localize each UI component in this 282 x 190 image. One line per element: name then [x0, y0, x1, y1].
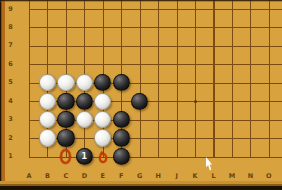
intersection-K9[interactable]	[186, 0, 204, 18]
intersection-E3[interactable]	[94, 110, 112, 128]
intersection-C4[interactable]	[57, 92, 75, 110]
intersection-A9[interactable]	[20, 0, 38, 18]
intersection-D3[interactable]	[75, 110, 93, 128]
intersection-F5[interactable]	[112, 74, 130, 92]
intersection-F6[interactable]	[112, 55, 130, 73]
row-label-3: 3	[4, 115, 17, 124]
intersection-L9[interactable]	[204, 0, 222, 18]
move-number-label: 1	[81, 152, 87, 161]
intersection-H6[interactable]	[149, 55, 167, 73]
intersection-L5[interactable]	[204, 74, 222, 92]
intersection-D7[interactable]	[75, 37, 93, 55]
row-label-6: 6	[4, 60, 17, 69]
intersection-K5[interactable]	[186, 74, 204, 92]
intersection-D2[interactable]	[75, 129, 93, 147]
black-stone-F5	[113, 74, 130, 91]
intersection-K1[interactable]	[186, 147, 204, 165]
row-label-8: 8	[4, 23, 17, 32]
intersection-M4[interactable]	[223, 92, 241, 110]
intersection-H9[interactable]	[149, 0, 167, 18]
intersection-F7[interactable]	[112, 37, 130, 55]
intersection-H1[interactable]	[149, 147, 167, 165]
intersection-N8[interactable]	[241, 18, 259, 36]
intersection-B1[interactable]	[38, 147, 56, 165]
intersection-M6[interactable]	[223, 55, 241, 73]
row-label-2: 2	[4, 134, 17, 143]
intersection-G1[interactable]	[130, 147, 148, 165]
white-stone-E2	[94, 129, 111, 146]
intersection-G9[interactable]	[130, 0, 148, 18]
black-stone-G4	[131, 93, 148, 110]
col-label-A: A	[24, 172, 35, 181]
intersection-A2[interactable]	[20, 129, 38, 147]
white-stone-B4	[39, 93, 56, 110]
row-label-7: 7	[4, 41, 17, 50]
intersection-A8[interactable]	[20, 18, 38, 36]
intersection-B9[interactable]	[38, 0, 56, 18]
intersection-N1[interactable]	[241, 147, 259, 165]
board-bottom-edge	[0, 181, 282, 190]
intersection-O4[interactable]	[259, 92, 277, 110]
intersection-C2[interactable]	[57, 129, 75, 147]
col-label-K: K	[190, 172, 201, 181]
intersection-F4[interactable]	[112, 92, 130, 110]
intersection-M9[interactable]	[223, 0, 241, 18]
intersection-K8[interactable]	[186, 18, 204, 36]
intersection-E8[interactable]	[94, 18, 112, 36]
black-stone-F2	[113, 129, 130, 146]
intersection-D5[interactable]	[75, 74, 93, 92]
intersection-F1[interactable]	[112, 147, 130, 165]
intersection-J1[interactable]	[167, 147, 185, 165]
col-label-L: L	[208, 172, 219, 181]
intersection-K7[interactable]	[186, 37, 204, 55]
row-label-5: 5	[4, 78, 17, 87]
intersection-D6[interactable]	[75, 55, 93, 73]
black-stone-E5	[94, 74, 111, 91]
intersection-O7[interactable]	[259, 37, 277, 55]
intersection-G7[interactable]	[130, 37, 148, 55]
black-stone-F3	[113, 111, 130, 128]
black-stone-C2	[57, 129, 74, 146]
intersection-B4[interactable]	[38, 92, 56, 110]
white-stone-D3	[76, 111, 93, 128]
intersection-D1[interactable]: 1	[75, 147, 93, 165]
intersection-J6[interactable]	[167, 55, 185, 73]
white-stone-B3	[39, 111, 56, 128]
intersection-M7[interactable]	[223, 37, 241, 55]
row-label-4: 4	[4, 97, 17, 106]
intersection-E1[interactable]	[94, 147, 112, 165]
intersection-C6[interactable]	[57, 55, 75, 73]
intersection-N7[interactable]	[241, 37, 259, 55]
intersection-F8[interactable]	[112, 18, 130, 36]
black-stone-C4	[57, 93, 74, 110]
board-top-edge	[0, 0, 282, 2]
intersection-O2[interactable]	[259, 129, 277, 147]
white-stone-B2	[39, 129, 56, 146]
intersection-G3[interactable]	[130, 110, 148, 128]
intersection-M1[interactable]	[223, 147, 241, 165]
intersection-H3[interactable]	[149, 110, 167, 128]
intersection-C7[interactable]	[57, 37, 75, 55]
intersection-H4[interactable]	[149, 92, 167, 110]
intersection-G4[interactable]	[130, 92, 148, 110]
intersection-C8[interactable]	[57, 18, 75, 36]
intersection-K3[interactable]	[186, 110, 204, 128]
col-label-C: C	[60, 172, 71, 181]
intersection-H7[interactable]	[149, 37, 167, 55]
intersection-J4[interactable]	[167, 92, 185, 110]
black-stone-F1	[113, 148, 130, 165]
intersection-E2[interactable]	[94, 129, 112, 147]
intersection-L6[interactable]	[204, 55, 222, 73]
intersection-N4[interactable]	[241, 92, 259, 110]
intersection-M5[interactable]	[223, 74, 241, 92]
intersection-B2[interactable]	[38, 129, 56, 147]
go-board-app: 1 987654321 ABCDEFGHJKLMNO	[0, 0, 282, 190]
intersection-A4[interactable]	[20, 92, 38, 110]
intersection-G8[interactable]	[130, 18, 148, 36]
intersection-F3[interactable]	[112, 110, 130, 128]
intersection-H5[interactable]	[149, 74, 167, 92]
intersection-N6[interactable]	[241, 55, 259, 73]
intersection-J8[interactable]	[167, 18, 185, 36]
col-label-G: G	[134, 172, 145, 181]
black-stone-D4	[76, 93, 93, 110]
col-label-F: F	[116, 172, 127, 181]
intersection-H2[interactable]	[149, 129, 167, 147]
intersection-O6[interactable]	[259, 55, 277, 73]
board-left-edge	[0, 0, 5, 190]
white-stone-D5	[76, 74, 93, 91]
intersection-C5[interactable]	[57, 74, 75, 92]
intersection-D4[interactable]	[75, 92, 93, 110]
col-label-N: N	[245, 172, 256, 181]
intersection-A3[interactable]	[20, 110, 38, 128]
black-stone-D1: 1	[76, 148, 93, 165]
intersection-J7[interactable]	[167, 37, 185, 55]
intersection-G2[interactable]	[130, 129, 148, 147]
intersection-L4[interactable]	[204, 92, 222, 110]
intersection-C9[interactable]	[57, 0, 75, 18]
intersection-D9[interactable]	[75, 0, 93, 18]
intersection-E5[interactable]	[94, 74, 112, 92]
white-stone-E3	[94, 111, 111, 128]
intersection-E6[interactable]	[94, 55, 112, 73]
intersection-O1[interactable]	[259, 147, 277, 165]
red-marker-E1	[99, 151, 108, 163]
intersection-K4[interactable]	[186, 92, 204, 110]
intersection-J5[interactable]	[167, 74, 185, 92]
intersection-B5[interactable]	[38, 74, 56, 92]
intersection-L2[interactable]	[204, 129, 222, 147]
board-grid[interactable]: 1	[20, 0, 278, 166]
intersection-B7[interactable]	[38, 37, 56, 55]
intersection-A5[interactable]	[20, 74, 38, 92]
intersection-M3[interactable]	[223, 110, 241, 128]
intersection-L7[interactable]	[204, 37, 222, 55]
intersection-N3[interactable]	[241, 110, 259, 128]
intersection-C3[interactable]	[57, 110, 75, 128]
black-stone-C3	[57, 111, 74, 128]
col-label-M: M	[226, 172, 237, 181]
row-label-1: 1	[4, 152, 17, 161]
intersection-B3[interactable]	[38, 110, 56, 128]
intersection-E9[interactable]	[94, 0, 112, 18]
intersection-A7[interactable]	[20, 37, 38, 55]
intersection-C1[interactable]	[57, 147, 75, 165]
intersection-F2[interactable]	[112, 129, 130, 147]
intersection-E7[interactable]	[94, 37, 112, 55]
intersection-E4[interactable]	[94, 92, 112, 110]
col-label-H: H	[153, 172, 164, 181]
intersection-N2[interactable]	[241, 129, 259, 147]
intersection-M2[interactable]	[223, 129, 241, 147]
intersection-A1[interactable]	[20, 147, 38, 165]
col-label-J: J	[171, 172, 182, 181]
intersection-J2[interactable]	[167, 129, 185, 147]
intersection-F9[interactable]	[112, 0, 130, 18]
col-label-E: E	[97, 172, 108, 181]
intersection-O3[interactable]	[259, 110, 277, 128]
intersection-O5[interactable]	[259, 74, 277, 92]
intersection-L3[interactable]	[204, 110, 222, 128]
intersection-H8[interactable]	[149, 18, 167, 36]
intersection-B6[interactable]	[38, 55, 56, 73]
intersection-M8[interactable]	[223, 18, 241, 36]
intersection-K6[interactable]	[186, 55, 204, 73]
intersection-B8[interactable]	[38, 18, 56, 36]
intersection-J9[interactable]	[167, 0, 185, 18]
intersection-J3[interactable]	[167, 110, 185, 128]
intersection-K2[interactable]	[186, 129, 204, 147]
intersection-N9[interactable]	[241, 0, 259, 18]
red-marker-C1	[60, 149, 71, 164]
col-label-D: D	[79, 172, 90, 181]
intersection-O8[interactable]	[259, 18, 277, 36]
intersection-L8[interactable]	[204, 18, 222, 36]
white-stone-E4	[94, 93, 111, 110]
col-label-O: O	[263, 172, 274, 181]
white-stone-C5	[57, 74, 74, 91]
intersection-G6[interactable]	[130, 55, 148, 73]
intersection-A6[interactable]	[20, 55, 38, 73]
intersection-O9[interactable]	[259, 0, 277, 18]
white-stone-B5	[39, 74, 56, 91]
col-label-B: B	[42, 172, 53, 181]
row-label-9: 9	[4, 5, 17, 14]
intersection-D8[interactable]	[75, 18, 93, 36]
intersection-N5[interactable]	[241, 74, 259, 92]
intersection-G5[interactable]	[130, 74, 148, 92]
